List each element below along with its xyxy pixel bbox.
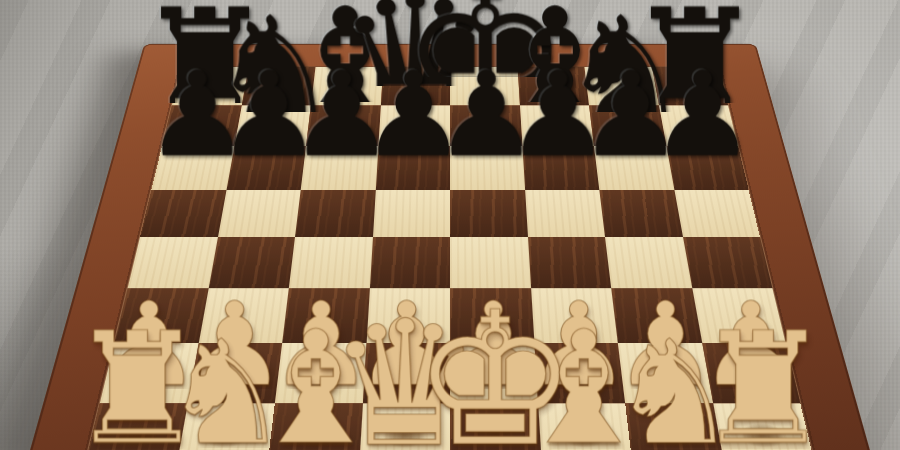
square-e1: ♚	[450, 403, 541, 450]
square-d3	[366, 288, 450, 343]
square-g1: ♞	[625, 403, 724, 450]
chessboard-photo: ♜♞♝♛♚♝♞♜♟♟♟♟♟♟♟♟♟♟♟♟♟♟♟♟♜♞♝♛♚♝♞♜	[0, 0, 900, 450]
square-h8: ♜	[652, 67, 728, 105]
piece-base-shadow	[646, 422, 702, 450]
square-a5	[140, 190, 226, 237]
square-b1: ♞	[176, 403, 275, 450]
square-f8: ♝	[517, 67, 589, 105]
square-c3	[282, 288, 369, 343]
square-g2: ♟	[618, 343, 713, 403]
square-g8: ♞	[584, 67, 658, 105]
square-c4	[289, 237, 373, 288]
square-c2: ♟	[275, 343, 366, 403]
square-b5	[218, 190, 301, 237]
square-a2: ♟	[100, 343, 198, 403]
square-g3	[611, 288, 702, 343]
square-g7: ♟	[589, 105, 666, 146]
square-d2: ♟	[362, 343, 450, 403]
piece-base-shadow	[469, 422, 522, 450]
square-d5	[373, 190, 451, 237]
piece-base-shadow	[637, 365, 693, 393]
square-d8: ♛	[380, 67, 450, 105]
square-f1: ♝	[538, 403, 633, 450]
square-h1: ♜	[713, 403, 816, 450]
piece-base-shadow	[107, 422, 165, 450]
square-d4	[369, 237, 450, 288]
square-d7: ♟	[378, 105, 450, 146]
square-e7: ♟	[450, 105, 522, 146]
piece-base-shadow	[557, 422, 612, 450]
square-h3	[692, 288, 786, 343]
square-h7: ♟	[659, 105, 738, 146]
square-d6	[375, 146, 450, 190]
square-c6	[301, 146, 378, 190]
chess-board-squares: ♜♞♝♛♚♝♞♜♟♟♟♟♟♟♟♟♟♟♟♟♟♟♟♟♜♞♝♛♚♝♞♜	[84, 67, 816, 450]
square-h2: ♟	[702, 343, 800, 403]
square-a3	[114, 288, 208, 343]
square-b4	[208, 237, 295, 288]
square-a8: ♜	[172, 67, 248, 105]
square-g4	[605, 237, 692, 288]
square-g6	[594, 146, 674, 190]
square-e3	[450, 288, 534, 343]
square-c5	[295, 190, 375, 237]
square-b3	[198, 288, 289, 343]
square-f5	[525, 190, 605, 237]
piece-base-shadow	[723, 365, 781, 393]
square-c1: ♝	[267, 403, 362, 450]
square-b8: ♞	[241, 67, 315, 105]
piece-base-shadow	[293, 365, 348, 393]
square-f7: ♟	[520, 105, 594, 146]
square-e6	[450, 146, 525, 190]
piece-base-shadow	[467, 365, 520, 393]
square-h4	[683, 237, 773, 288]
square-b2: ♟	[187, 343, 282, 403]
piece-base-shadow	[119, 365, 177, 393]
square-a1: ♜	[84, 403, 187, 450]
square-a7: ♟	[162, 105, 241, 146]
piece-base-shadow	[552, 365, 607, 393]
piece-base-shadow	[288, 422, 343, 450]
square-a4	[128, 237, 218, 288]
chess-board: ♜♞♝♛♚♝♞♜♟♟♟♟♟♟♟♟♟♟♟♟♟♟♟♟♜♞♝♛♚♝♞♜	[12, 44, 887, 450]
square-f2: ♟	[534, 343, 625, 403]
square-b7: ♟	[234, 105, 311, 146]
square-h5	[674, 190, 760, 237]
square-g5	[599, 190, 682, 237]
piece-base-shadow	[380, 365, 433, 393]
square-e4	[450, 237, 531, 288]
square-h6	[666, 146, 749, 190]
piece-base-shadow	[735, 422, 793, 450]
square-a6	[151, 146, 234, 190]
piece-base-shadow	[206, 365, 262, 393]
piece-base-shadow	[379, 422, 432, 450]
square-f6	[522, 146, 599, 190]
piece-base-shadow	[198, 422, 254, 450]
square-e5	[450, 190, 528, 237]
square-c7: ♟	[306, 105, 380, 146]
square-f4	[528, 237, 612, 288]
square-e8: ♚	[450, 67, 520, 105]
square-d1: ♛	[359, 403, 450, 450]
square-b6	[226, 146, 306, 190]
square-c8: ♝	[311, 67, 383, 105]
square-e2: ♟	[450, 343, 538, 403]
square-f3	[531, 288, 618, 343]
